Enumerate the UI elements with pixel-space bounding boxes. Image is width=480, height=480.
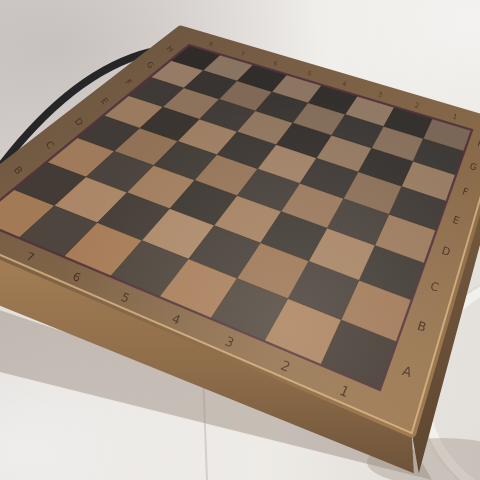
- chessboard: 8877665544332211AHBGCFDEEDFCGBHA: [0, 0, 480, 480]
- photo-scene: 8877665544332211AHBGCFDEEDFCGBHA: [0, 0, 480, 480]
